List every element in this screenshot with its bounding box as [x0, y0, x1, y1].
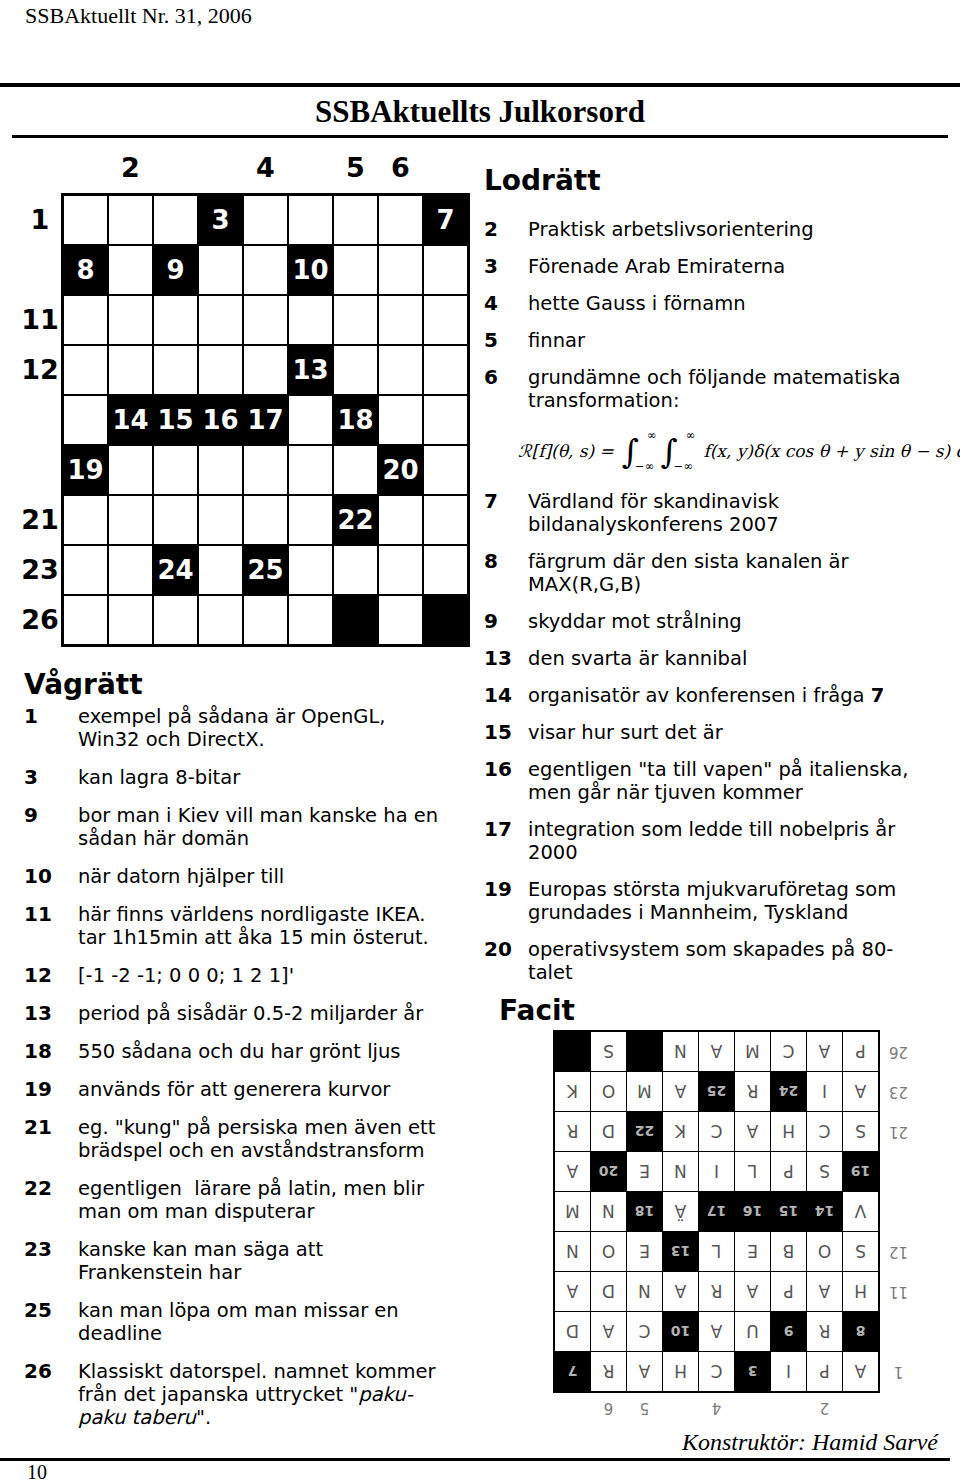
down-clue-5: 5finnar	[484, 329, 954, 352]
facit-cell-r6c1: 19	[843, 1152, 878, 1191]
facit-cell-r6c6: N	[663, 1152, 698, 1191]
down-clue-16: 16egentligen "ta till vapen" på italiens…	[484, 758, 954, 804]
facit-cell-r1c5: C	[699, 1352, 734, 1391]
grid-cell-r7c6	[289, 496, 332, 544]
row-label-3: 11	[20, 296, 60, 344]
clue-number: 13	[484, 647, 528, 670]
grid-cell-r4c5	[244, 346, 287, 394]
facit-cell-r9c1: P	[843, 1032, 878, 1071]
across-clue-22: 22egentligen lärare på latin, men blir m…	[24, 1177, 480, 1223]
grid-cell-r3c6	[289, 296, 332, 344]
answer-key-rotated: 2456 11112212326 API3CHAR78R9UA10CADHAPA…	[553, 1030, 915, 1420]
facit-cell-r6c8: 20	[591, 1152, 626, 1191]
grid-cell-r4c6: 13	[289, 346, 332, 394]
facit-cell-r4c1: S	[843, 1232, 878, 1271]
down-clue-9: 9skyddar mot strålning	[484, 610, 954, 633]
clue-text: eg. "kung" på persiska men även ett bräd…	[78, 1116, 435, 1162]
facit-cell-r7c2: C	[807, 1112, 842, 1151]
across-clue-13: 13period på sisådär 0.5-2 miljarder år	[24, 1002, 480, 1025]
facit-row-label-4: 12	[882, 1232, 915, 1271]
clue-number: 13	[24, 1002, 78, 1025]
facit-cell-r9c7	[627, 1032, 662, 1071]
facit-cell-r2c1: 8	[843, 1312, 878, 1351]
clue-text: den svarta är kannibal	[528, 647, 747, 670]
facit-cell-r4c4: E	[735, 1232, 770, 1271]
facit-column-label-7: 5	[627, 1395, 662, 1420]
facit-cell-r8c4: R	[735, 1072, 770, 1111]
facit-cell-r2c3: 9	[771, 1312, 806, 1351]
facit-cell-r7c6: K	[663, 1112, 698, 1151]
grid-cell-r9c3	[154, 596, 197, 644]
grid-cell-r4c7	[334, 346, 377, 394]
grid-cell-r1c1	[64, 196, 107, 244]
grid-cell-r7c8	[379, 496, 422, 544]
grid-cell-r5c5: 17	[244, 396, 287, 444]
grid-cell-r9c7	[334, 596, 377, 644]
clue-text: Praktisk arbetslivsorientering	[528, 218, 814, 241]
clue-text: Europas största mjukvaruföretag som grun…	[528, 878, 896, 924]
clue-text: skyddar mot strålning	[528, 610, 742, 633]
facit-cell-r2c9: D	[555, 1312, 590, 1351]
down-clue-17: 17integration som ledde till nobelpris å…	[484, 818, 954, 864]
facit-cell-r5c9: M	[555, 1192, 590, 1231]
facit-column-label-5: 4	[699, 1395, 734, 1420]
facit-cell-r6c9: A	[555, 1152, 590, 1191]
across-clue-23: 23kanske kan man säga att Frankenstein h…	[24, 1238, 480, 1284]
down-clues-list: 2Praktisk arbetslivsorientering3Förenade…	[484, 218, 954, 984]
grid-cell-r1c2	[109, 196, 152, 244]
clue-text: kan lagra 8-bitar	[78, 766, 240, 789]
grid-cell-r2c8	[379, 246, 422, 294]
row-label-5	[20, 396, 60, 444]
grid-cell-r4c1	[64, 346, 107, 394]
across-clue-26: 26Klassiskt datorspel. namnet kommer frå…	[24, 1360, 480, 1429]
facit-cell-r8c3: 24	[771, 1072, 806, 1111]
grid-cell-r4c8	[379, 346, 422, 394]
facit-cell-r5c4: 16	[735, 1192, 770, 1231]
down-clue-15: 15visar hur surt det är	[484, 721, 954, 744]
page-number: 10	[27, 1461, 47, 1483]
clue-number: 11	[24, 903, 78, 926]
grid-cell-r8c7	[334, 546, 377, 594]
facit-cell-r5c5: 17	[699, 1192, 734, 1231]
grid-cell-r4c9	[424, 346, 467, 394]
grid-cell-r5c7: 18	[334, 396, 377, 444]
grid-cell-r8c8	[379, 546, 422, 594]
facit-cell-r8c8: O	[591, 1072, 626, 1111]
facit-cell-r3c8: D	[591, 1272, 626, 1311]
grid-cell-r2c7	[334, 246, 377, 294]
clue-number: 9	[484, 610, 528, 633]
clue-text: visar hur surt det är	[528, 721, 723, 744]
grid-cell-r4c3	[154, 346, 197, 394]
newsletter-page: SSBAktuellt Nr. 31, 2006 SSBAktuellts Ju…	[0, 0, 960, 1483]
horizontal-rule-top	[0, 83, 960, 87]
clue-number: 16	[484, 758, 528, 781]
facit-cell-r2c5: A	[699, 1312, 734, 1351]
facit-cell-r3c1: H	[843, 1272, 878, 1311]
column-label-5: 4	[244, 146, 287, 186]
grid-cell-r2c6: 10	[289, 246, 332, 294]
grid-cell-r1c7	[334, 196, 377, 244]
facit-cell-r3c9: A	[555, 1272, 590, 1311]
down-clue-8: 8färgrum där den sista kanalen är MAX(R,…	[484, 550, 954, 596]
grid-cell-r9c9	[424, 596, 467, 644]
facit-cell-r7c8: D	[591, 1112, 626, 1151]
facit-cell-r8c5: 25	[699, 1072, 734, 1111]
facit-cell-r8c1: A	[843, 1072, 878, 1111]
facit-cell-r6c5: I	[699, 1152, 734, 1191]
clue-text: bor man i Kiev vill man kanske ha en såd…	[78, 804, 438, 850]
facit-column-label-6	[663, 1395, 698, 1420]
across-clue-21: 21eg. "kung" på persiska men även ett br…	[24, 1116, 480, 1162]
facit-cell-r4c9: N	[555, 1232, 590, 1271]
grid-cell-r8c4	[199, 546, 242, 594]
grid-cell-r3c9	[424, 296, 467, 344]
down-clue-4: 4hette Gauss i förnamn	[484, 292, 954, 315]
clue-number: 8	[484, 550, 528, 573]
column-label-2: 2	[109, 146, 152, 186]
facit-cell-r3c3: P	[771, 1272, 806, 1311]
facit-cell-r9c6: N	[663, 1032, 698, 1071]
facit-column-label-4	[735, 1395, 770, 1420]
facit-cell-r3c4: A	[735, 1272, 770, 1311]
grid-cell-r3c7	[334, 296, 377, 344]
clue-number: 12	[24, 964, 78, 987]
across-clues-list: 1exempel på sådana är OpenGL, Win32 och …	[24, 705, 480, 1429]
column-label-6	[289, 146, 332, 186]
grid-cell-r2c5	[244, 246, 287, 294]
grid-cell-r7c2	[109, 496, 152, 544]
grid-cell-r1c5	[244, 196, 287, 244]
clue-number: 15	[484, 721, 528, 744]
grid-cell-r9c6	[289, 596, 332, 644]
grid-cell-r5c6	[289, 396, 332, 444]
answer-key-heading: Facit	[499, 994, 575, 1027]
facit-cell-r3c7: N	[627, 1272, 662, 1311]
clue-number: 18	[24, 1040, 78, 1063]
column-label-8: 6	[379, 146, 422, 186]
clue-number: 9	[24, 804, 78, 827]
grid-cell-r9c1	[64, 596, 107, 644]
answer-key-grid: API3CHAR78R9UA10CADHAPARANDASOBEL13EONV1…	[553, 1030, 880, 1393]
grid-cell-r3c8	[379, 296, 422, 344]
grid-cell-r2c3: 9	[154, 246, 197, 294]
grid-cell-r9c4	[199, 596, 242, 644]
clue-text: finnar	[528, 329, 585, 352]
grid-cell-r7c9	[424, 496, 467, 544]
radon-transform-formula: ℛ[f](θ, s) =∫∞−∞∫∞−∞f(x, y)δ(x cos θ + y…	[518, 430, 960, 472]
facit-cell-r9c5: A	[699, 1032, 734, 1071]
facit-row-label-2	[882, 1312, 915, 1351]
facit-cell-r9c8: S	[591, 1032, 626, 1071]
facit-cell-r2c7: C	[627, 1312, 662, 1351]
clue-text: kan man löpa om man missar en deadline	[78, 1299, 399, 1345]
grid-cell-r5c2: 14	[109, 396, 152, 444]
row-label-6	[20, 446, 60, 494]
across-clue-11: 11här finns världens nordligaste IKEA. t…	[24, 903, 480, 949]
row-label-7: 21	[20, 496, 60, 544]
facit-row-label-7: 21	[882, 1112, 915, 1151]
clue-number: 20	[484, 938, 528, 961]
clue-number: 14	[484, 684, 528, 707]
clue-text: när datorn hjälper till	[78, 865, 284, 888]
grid-cell-r8c1	[64, 546, 107, 594]
facit-cell-r2c4: U	[735, 1312, 770, 1351]
grid-cell-r7c4	[199, 496, 242, 544]
facit-cell-r7c3: H	[771, 1112, 806, 1151]
grid-cell-r1c6	[289, 196, 332, 244]
grid-cell-r3c3	[154, 296, 197, 344]
facit-cell-r6c4: L	[735, 1152, 770, 1191]
row-label-1: 1	[20, 196, 60, 244]
facit-cell-r7c5: C	[699, 1112, 734, 1151]
clue-number: 2	[484, 218, 528, 241]
clue-number: 17	[484, 818, 528, 841]
facit-cell-r3c5: R	[699, 1272, 734, 1311]
column-label-1	[64, 146, 107, 186]
down-clue-13: 13den svarta är kannibal	[484, 647, 954, 670]
row-label-9: 26	[20, 596, 60, 644]
grid-cell-r3c5	[244, 296, 287, 344]
facit-cell-r1c1: A	[843, 1352, 878, 1391]
down-clue-7: 7Värdland för skandinavisk bildanalyskon…	[484, 490, 954, 536]
facit-cell-r5c7: 18	[627, 1192, 662, 1231]
column-label-7: 5	[334, 146, 377, 186]
clue-number: 3	[484, 255, 528, 278]
grid-cell-r7c5	[244, 496, 287, 544]
down-clue-3: 3Förenade Arab Emiraterna	[484, 255, 954, 278]
grid-cell-r8c3: 24	[154, 546, 197, 594]
facit-cell-r8c9: K	[555, 1072, 590, 1111]
clue-number: 21	[24, 1116, 78, 1139]
grid-cell-r8c9	[424, 546, 467, 594]
clue-text: hette Gauss i förnamn	[528, 292, 746, 315]
column-label-3	[154, 146, 197, 186]
clue-number: 10	[24, 865, 78, 888]
grid-cell-r2c4	[199, 246, 242, 294]
grid-cell-r5c9	[424, 396, 467, 444]
clue-text: Värdland för skandinavisk bildanalyskonf…	[528, 490, 779, 536]
horizontal-rule-footer	[0, 1458, 950, 1461]
grid-cell-r7c7: 22	[334, 496, 377, 544]
grid-cell-r6c6	[289, 446, 332, 494]
facit-cell-r2c6: 10	[663, 1312, 698, 1351]
column-label-9	[424, 146, 467, 186]
facit-cell-r1c9: 7	[555, 1352, 590, 1391]
grid-cell-r1c4: 3	[199, 196, 242, 244]
grid-cell-r4c4	[199, 346, 242, 394]
facit-cell-r5c6: Ä	[663, 1192, 698, 1231]
facit-cell-r4c7: E	[627, 1232, 662, 1271]
facit-cell-r9c4: M	[735, 1032, 770, 1071]
down-clue-20: 20operativsystem som skapades på 80- tal…	[484, 938, 954, 984]
grid-cell-r6c8: 20	[379, 446, 422, 494]
facit-column-label-1	[843, 1395, 878, 1420]
down-clue-19: 19Europas största mjukvaruföretag som gr…	[484, 878, 954, 924]
masthead: SSBAktuellt Nr. 31, 2006	[25, 3, 252, 29]
facit-cell-r2c2: R	[807, 1312, 842, 1351]
grid-cell-r5c8	[379, 396, 422, 444]
clue-text: kanske kan man säga att Frankenstein har	[78, 1238, 323, 1284]
facit-cell-r4c6: 13	[663, 1232, 698, 1271]
grid-cell-r8c2	[109, 546, 152, 594]
grid-cell-r2c1: 8	[64, 246, 107, 294]
grid-cell-r6c4	[199, 446, 242, 494]
facit-column-label-9	[555, 1395, 590, 1420]
facit-cell-r2c8: A	[591, 1312, 626, 1351]
grid-cell-r4c2	[109, 346, 152, 394]
grid-cell-r9c8	[379, 596, 422, 644]
grid-cell-r5c4: 16	[199, 396, 242, 444]
clue-text: Klassiskt datorspel. namnet kommer från …	[78, 1360, 436, 1429]
facit-cell-r8c2: I	[807, 1072, 842, 1111]
across-clues-heading: Vågrätt	[24, 668, 143, 701]
page-title: SSBAktuellts Julkorsord	[0, 94, 960, 130]
facit-row-label-1: 1	[882, 1352, 915, 1391]
across-clue-12: 12[-1 -2 -1; 0 0 0; 1 2 1]'	[24, 964, 480, 987]
facit-cell-r1c4: 3	[735, 1352, 770, 1391]
facit-cell-r7c7: 22	[627, 1112, 662, 1151]
clue-number: 19	[484, 878, 528, 901]
grid-cell-r6c5	[244, 446, 287, 494]
facit-row-label-3: 11	[882, 1272, 915, 1311]
facit-cell-r9c9	[555, 1032, 590, 1071]
clue-text: integration som ledde till nobelpris år …	[528, 818, 895, 864]
clue-number: 19	[24, 1078, 78, 1101]
across-clue-25: 25kan man löpa om man missar en deadline	[24, 1299, 480, 1345]
clue-text: [-1 -2 -1; 0 0 0; 1 2 1]'	[78, 964, 294, 987]
facit-cell-r5c1: V	[843, 1192, 878, 1231]
across-clue-1: 1exempel på sådana är OpenGL, Win32 och …	[24, 705, 480, 751]
facit-row-label-8: 23	[882, 1072, 915, 1111]
grid-cell-r6c9	[424, 446, 467, 494]
facit-cell-r6c7: E	[627, 1152, 662, 1191]
grid-cell-r3c2	[109, 296, 152, 344]
clue-number: 3	[24, 766, 78, 789]
clue-text: Förenade Arab Emiraterna	[528, 255, 785, 278]
facit-cell-r9c3: C	[771, 1032, 806, 1071]
across-clue-3: 3kan lagra 8-bitar	[24, 766, 480, 789]
clue-number: 5	[484, 329, 528, 352]
down-clue-14: 14organisatör av konferensen i fråga 7	[484, 684, 954, 707]
grid-cell-r8c6	[289, 546, 332, 594]
clue-number: 1	[24, 705, 78, 728]
grid-cell-r5c1	[64, 396, 107, 444]
grid-cell-r6c3	[154, 446, 197, 494]
clue-number: 6	[484, 366, 528, 389]
grid-cell-r2c2	[109, 246, 152, 294]
grid-cell-r1c9: 7	[424, 196, 467, 244]
down-clue-6: 6grundämne och följande matematiska tran…	[484, 366, 954, 476]
facit-cell-r5c3: 15	[771, 1192, 806, 1231]
facit-cell-r4c2: O	[807, 1232, 842, 1271]
crossword-row-labels: 11112212326	[20, 196, 60, 644]
grid-cell-r5c3: 15	[154, 396, 197, 444]
facit-cell-r7c1: S	[843, 1112, 878, 1151]
facit-cell-r1c3: I	[771, 1352, 806, 1391]
grid-cell-r6c1: 19	[64, 446, 107, 494]
facit-cell-r4c5: L	[699, 1232, 734, 1271]
row-label-2	[20, 246, 60, 294]
column-label-4	[199, 146, 242, 186]
clue-text: egentligen "ta till vapen" på italienska…	[528, 758, 908, 804]
clue-number: 23	[24, 1238, 78, 1261]
clue-text: period på sisådär 0.5-2 miljarder år	[78, 1002, 423, 1025]
grid-cell-r9c2	[109, 596, 152, 644]
facit-row-label-5	[882, 1192, 915, 1231]
facit-cell-r1c8: R	[591, 1352, 626, 1391]
clue-number: 7	[484, 490, 528, 513]
facit-column-label-3	[771, 1395, 806, 1420]
grid-cell-r9c5	[244, 596, 287, 644]
facit-cell-r4c3: B	[771, 1232, 806, 1271]
answer-key-column-labels: 2456	[555, 1395, 878, 1420]
facit-cell-r1c7: A	[627, 1352, 662, 1391]
clue-text: används för att generera kurvor	[78, 1078, 390, 1101]
clue-text: grundämne och följande matematiska trans…	[528, 366, 960, 476]
grid-cell-r6c2	[109, 446, 152, 494]
clue-text: färgrum där den sista kanalen är MAX(R,G…	[528, 550, 849, 596]
facit-cell-r1c2: P	[807, 1352, 842, 1391]
clue-number: 4	[484, 292, 528, 315]
facit-cell-r5c2: 14	[807, 1192, 842, 1231]
facit-cell-r4c8: O	[591, 1232, 626, 1271]
across-clue-10: 10när datorn hjälper till	[24, 865, 480, 888]
horizontal-rule-under-title	[12, 135, 948, 138]
facit-cell-r5c8: N	[591, 1192, 626, 1231]
grid-cell-r3c1	[64, 296, 107, 344]
facit-cell-r3c6: A	[663, 1272, 698, 1311]
grid-cell-r1c8	[379, 196, 422, 244]
facit-cell-r8c6: A	[663, 1072, 698, 1111]
facit-cell-r6c3: P	[771, 1152, 806, 1191]
down-clues-heading: Lodrätt	[484, 164, 601, 197]
facit-row-label-6	[882, 1152, 915, 1191]
facit-cell-r7c4: A	[735, 1112, 770, 1151]
facit-cell-r3c2: A	[807, 1272, 842, 1311]
clue-text: organisatör av konferensen i fråga 7	[528, 684, 884, 707]
clue-number: 25	[24, 1299, 78, 1322]
grid-cell-r2c9	[424, 246, 467, 294]
clue-text: exempel på sådana är OpenGL, Win32 och D…	[78, 705, 385, 751]
row-label-8: 23	[20, 546, 60, 594]
clue-text: operativsystem som skapades på 80- talet	[528, 938, 893, 984]
clue-text: egentligen lärare på latin, men blir man…	[78, 1177, 424, 1223]
grid-cell-r7c1	[64, 496, 107, 544]
clue-text: här finns världens nordligaste IKEA. tar…	[78, 903, 429, 949]
constructor-credit: Konstruktör: Hamid Sarvé	[682, 1429, 938, 1456]
grid-cell-r3c4	[199, 296, 242, 344]
facit-cell-r9c2: A	[807, 1032, 842, 1071]
row-label-4: 12	[20, 346, 60, 394]
facit-cell-r1c6: H	[663, 1352, 698, 1391]
facit-cell-r8c7: M	[627, 1072, 662, 1111]
facit-column-label-2: 2	[807, 1395, 842, 1420]
down-clue-2: 2Praktisk arbetslivsorientering	[484, 218, 954, 241]
crossword-column-labels: 2456	[64, 146, 467, 186]
clue-text: 550 sådana och du har grönt ljus	[78, 1040, 400, 1063]
grid-cell-r1c3	[154, 196, 197, 244]
facit-cell-r7c9: R	[555, 1112, 590, 1151]
answer-key-row-labels: 11112212326	[882, 1032, 915, 1391]
across-clue-18: 18550 sådana och du har grönt ljus	[24, 1040, 480, 1063]
clue-number: 22	[24, 1177, 78, 1200]
grid-cell-r6c7	[334, 446, 377, 494]
grid-cell-r8c5: 25	[244, 546, 287, 594]
facit-column-label-8: 6	[591, 1395, 626, 1420]
grid-cell-r7c3	[154, 496, 197, 544]
